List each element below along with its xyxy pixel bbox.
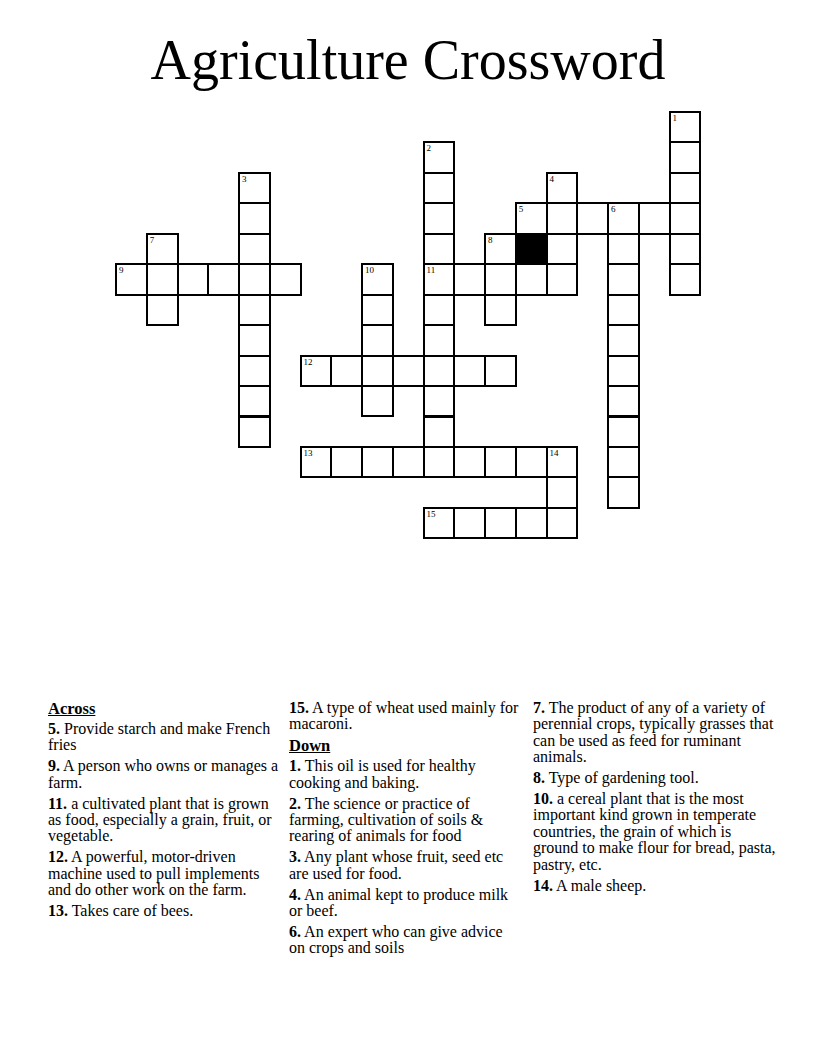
grid-cell[interactable] [238,324,271,356]
cell-number: 5 [519,204,524,214]
grid-cell[interactable] [423,446,456,478]
cell-number: 15 [427,509,436,519]
grid-cell[interactable] [546,202,579,234]
grid-cell[interactable] [423,294,456,326]
grid-cell[interactable] [546,476,579,508]
grid-cell[interactable] [484,294,517,326]
grid-cell[interactable] [423,172,456,204]
clue-text: A type of wheat used mainly for macaroni… [289,699,518,732]
clue-number: 14. [533,877,553,894]
clues-column-2: 15. A type of wheat used mainly for maca… [289,700,522,961]
clue-down-3: 3. Any plant whose fruit, seed etc are u… [289,849,522,882]
grid-cell[interactable] [607,385,640,417]
clue-number: 3. [289,848,301,865]
grid-cell[interactable] [484,446,517,478]
grid-cell[interactable] [423,416,456,448]
grid-cell[interactable]: 13 [300,446,333,478]
grid-cell[interactable] [392,355,425,387]
grid-cell[interactable] [330,446,363,478]
clue-number: 5. [48,720,60,737]
clue-across-15: 15. A type of wheat used mainly for maca… [289,700,522,733]
clue-text: This oil is used for healthy cooking and… [289,757,476,790]
grid-cell[interactable] [423,233,456,265]
grid-cell[interactable] [453,507,486,539]
grid-cell[interactable]: 8 [484,233,517,265]
grid-cell[interactable] [669,263,702,295]
cell-number: 8 [488,235,493,245]
grid-cell[interactable] [669,233,702,265]
clues-column-3: 7. The product of any of a variety of pe… [533,700,779,898]
grid-cell[interactable] [361,385,394,417]
clue-down-7: 7. The product of any of a variety of pe… [533,700,779,766]
clue-text: a cultivated plant that is grown as food… [48,795,271,845]
cell-number: 3 [242,174,247,184]
grid-cell[interactable] [423,202,456,234]
grid-cell[interactable]: 5 [515,202,548,234]
clue-text: A male sheep. [553,877,646,894]
grid-cell[interactable] [238,385,271,417]
grid-cell[interactable] [484,263,517,295]
cell-number: 10 [365,265,374,275]
cell-number: 1 [673,113,678,123]
cell-number: 7 [150,235,155,245]
clue-text: The science or practice of farming, cult… [289,795,483,845]
grid-cell[interactable] [607,294,640,326]
grid-cell[interactable] [453,263,486,295]
grid-cell[interactable] [484,355,517,387]
grid-cell[interactable] [361,294,394,326]
clue-text: Type of gardening tool. [545,769,699,786]
down-heading: Down [289,737,522,755]
clue-number: 10. [533,790,553,807]
grid-cell[interactable] [546,507,579,539]
grid-cell[interactable] [515,263,548,295]
grid-cell[interactable] [330,355,363,387]
grid-cell[interactable] [546,263,579,295]
clue-number: 4. [289,886,301,903]
grid-cell[interactable] [638,202,671,234]
clue-down-1: 1. This oil is used for healthy cooking … [289,758,522,791]
grid-cell[interactable] [607,233,640,265]
clue-number: 12. [48,848,68,865]
clue-number: 6. [289,923,301,940]
clue-down-2: 2. The science or practice of farming, c… [289,796,522,845]
grid-cell[interactable] [361,446,394,478]
clue-down-10: 10. a cereal plant that is the most impo… [533,791,779,873]
grid-cell[interactable] [423,385,456,417]
blocked-cell [515,233,548,265]
grid-cell[interactable] [515,446,548,478]
grid-cell[interactable] [146,294,179,326]
grid-cell[interactable] [669,202,702,234]
grid-cell[interactable] [207,263,240,295]
clue-down-4: 4. An animal kept to produce milk or bee… [289,887,522,920]
grid-cell[interactable] [146,263,179,295]
page-title: Agriculture Crossword [0,30,816,90]
grid-cell[interactable]: 14 [546,446,579,478]
clue-number: 2. [289,795,301,812]
cell-number: 12 [304,357,313,367]
grid-cell[interactable] [238,416,271,448]
clue-across-13: 13. Takes care of bees. [48,903,286,919]
grid-cell[interactable]: 10 [361,263,394,295]
clue-number: 11. [48,795,67,812]
clue-text: A powerful, motor-driven machine used to… [48,848,260,898]
grid-cell[interactable]: 4 [546,172,579,204]
grid-cell[interactable] [453,355,486,387]
clues-column-1: Across5. Provide starch and make French … [48,700,286,924]
grid-cell[interactable]: 15 [423,507,456,539]
clue-text: Takes care of bees. [68,902,193,919]
cell-number: 14 [550,448,559,458]
grid-cell[interactable] [238,294,271,326]
clue-across-5: 5. Provide starch and make French fries [48,721,286,754]
crossword-page: Agriculture Crossword 123456789101112131… [0,0,816,1056]
grid-cell[interactable] [515,507,548,539]
grid-cell[interactable] [238,202,271,234]
grid-cell[interactable] [361,355,394,387]
grid-cell[interactable] [269,263,302,295]
grid-cell[interactable]: 3 [238,172,271,204]
grid-cell[interactable]: 11 [423,263,456,295]
clue-number: 9. [48,757,60,774]
clue-across-12: 12. A powerful, motor-driven machine use… [48,849,286,898]
clue-text: a cereal plant that is the most importan… [533,790,776,873]
grid-cell[interactable]: 12 [300,355,333,387]
cell-number: 2 [427,143,432,153]
clue-number: 8. [533,769,545,786]
grid-cell[interactable] [607,355,640,387]
grid-cell[interactable]: 1 [669,111,702,143]
grid-cell[interactable] [546,233,579,265]
grid-cell[interactable] [607,446,640,478]
cell-number: 13 [304,448,313,458]
grid-cell[interactable] [669,141,702,173]
across-heading: Across [48,700,286,718]
cell-number: 6 [611,204,616,214]
grid-cell[interactable] [453,446,486,478]
clue-number: 13. [48,902,68,919]
clue-across-11: 11. a cultivated plant that is grown as … [48,796,286,845]
clue-text: An expert who can give advice on crops a… [289,923,503,956]
cell-number: 11 [427,265,436,275]
grid-cell[interactable] [607,476,640,508]
grid-cell[interactable] [392,446,425,478]
grid-cell[interactable] [423,355,456,387]
grid-cell[interactable] [423,324,456,356]
grid-cell[interactable]: 6 [607,202,640,234]
grid-cell[interactable] [669,172,702,204]
grid-cell[interactable] [238,233,271,265]
clue-text: An animal kept to produce milk or beef. [289,886,508,919]
grid-cell[interactable] [238,355,271,387]
grid-cell[interactable] [238,263,271,295]
clue-number: 1. [289,757,301,774]
clue-number: 15. [289,699,309,716]
grid-cell[interactable] [607,416,640,448]
clue-text: The product of any of a variety of peren… [533,699,773,765]
clue-down-6: 6. An expert who can give advice on crop… [289,924,522,957]
grid-cell[interactable] [576,202,609,234]
clue-text: A person who owns or manages a farm. [48,757,278,790]
grid-cell[interactable] [607,324,640,356]
grid-cell[interactable]: 2 [423,141,456,173]
cell-number: 4 [550,174,555,184]
clue-number: 7. [533,699,545,716]
clue-down-8: 8. Type of gardening tool. [533,770,779,786]
grid-cell[interactable] [361,324,394,356]
clue-across-9: 9. A person who owns or manages a farm. [48,758,286,791]
grid-cell[interactable] [484,507,517,539]
grid-cell[interactable]: 9 [115,263,148,295]
clue-text: Any plant whose fruit, seed etc are used… [289,848,503,881]
grid-cell[interactable] [607,263,640,295]
grid-cell[interactable] [177,263,210,295]
cell-number: 9 [119,265,124,275]
grid-cell[interactable]: 7 [146,233,179,265]
clue-down-14: 14. A male sheep. [533,878,779,894]
clue-text: Provide starch and make French fries [48,720,270,753]
